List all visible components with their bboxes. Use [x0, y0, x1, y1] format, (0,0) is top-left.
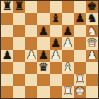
black-pawn: ♟	[63, 25, 73, 36]
square-b5[interactable]	[13, 37, 25, 49]
square-b1[interactable]	[13, 86, 25, 98]
square-b8[interactable]: ♜	[13, 1, 25, 13]
square-c4[interactable]: ♟	[25, 50, 37, 62]
square-a3[interactable]	[1, 62, 13, 74]
square-h5[interactable]: ♛	[86, 37, 98, 49]
black-knight: ♞	[87, 13, 97, 24]
square-a8[interactable]: ♜	[1, 1, 13, 13]
square-d3[interactable]: ♛	[37, 62, 49, 74]
square-g1[interactable]: ♚	[74, 86, 86, 98]
square-e8[interactable]	[50, 1, 62, 13]
square-h3[interactable]	[86, 62, 98, 74]
square-e4[interactable]: ♟	[50, 50, 62, 62]
square-c2[interactable]	[25, 74, 37, 86]
square-c1[interactable]	[25, 86, 37, 98]
square-g3[interactable]	[74, 62, 86, 74]
square-g7[interactable]: ♟	[74, 13, 86, 25]
square-c3[interactable]	[25, 62, 37, 74]
black-pawn: ♟	[2, 50, 12, 61]
black-pawn: ♟	[50, 37, 60, 48]
square-f5[interactable]: ♟	[62, 37, 74, 49]
white-knight: ♞	[87, 25, 97, 36]
white-bishop: ♝	[63, 62, 73, 73]
square-g6[interactable]	[74, 25, 86, 37]
square-a2[interactable]	[1, 74, 13, 86]
square-d6[interactable]: ♟	[37, 25, 49, 37]
black-pawn: ♟	[38, 50, 48, 61]
square-h2[interactable]	[86, 74, 98, 86]
square-c8[interactable]	[25, 1, 37, 13]
square-d4[interactable]: ♟	[37, 50, 49, 62]
white-rook: ♜	[63, 86, 73, 97]
white-pawn: ♟	[50, 50, 60, 61]
white-pawn: ♟	[63, 37, 73, 48]
square-b3[interactable]	[13, 62, 25, 74]
square-f1[interactable]: ♜	[62, 86, 74, 98]
square-d5[interactable]	[37, 37, 49, 49]
square-c5[interactable]	[25, 37, 37, 49]
square-b2[interactable]	[13, 74, 25, 86]
black-rook: ♜	[2, 1, 12, 12]
square-f8[interactable]	[62, 1, 74, 13]
white-pawn: ♟	[87, 50, 97, 61]
square-e3[interactable]	[50, 62, 62, 74]
square-b6[interactable]	[13, 25, 25, 37]
black-bishop: ♝	[50, 13, 60, 24]
square-h4[interactable]: ♟	[86, 50, 98, 62]
square-d8[interactable]	[37, 1, 49, 13]
square-f4[interactable]	[62, 50, 74, 62]
square-g4[interactable]	[74, 50, 86, 62]
square-d2[interactable]	[37, 74, 49, 86]
black-king: ♚	[87, 1, 97, 12]
chess-board: ♜♜♚♝♟♞♟♟♞♟♟♛♟♟♟♟♟♛♝♜♜♚	[0, 0, 99, 99]
black-pawn: ♟	[75, 13, 85, 24]
square-g2[interactable]: ♜	[74, 74, 86, 86]
square-e7[interactable]: ♝	[50, 13, 62, 25]
white-rook: ♜	[75, 74, 85, 85]
square-f3[interactable]: ♝	[62, 62, 74, 74]
square-e6[interactable]	[50, 25, 62, 37]
square-b4[interactable]	[13, 50, 25, 62]
square-a1[interactable]	[1, 86, 13, 98]
white-queen: ♛	[87, 37, 97, 48]
square-f6[interactable]: ♟	[62, 25, 74, 37]
black-rook: ♜	[14, 1, 24, 12]
square-e2[interactable]	[50, 74, 62, 86]
white-king: ♚	[75, 86, 85, 97]
square-g5[interactable]	[74, 37, 86, 49]
square-h8[interactable]: ♚	[86, 1, 98, 13]
square-c6[interactable]	[25, 25, 37, 37]
square-g8[interactable]	[74, 1, 86, 13]
square-e1[interactable]	[50, 86, 62, 98]
square-a4[interactable]: ♟	[1, 50, 13, 62]
square-a6[interactable]	[1, 25, 13, 37]
white-pawn: ♟	[26, 50, 36, 61]
square-h1[interactable]	[86, 86, 98, 98]
square-f7[interactable]	[62, 13, 74, 25]
square-h6[interactable]: ♞	[86, 25, 98, 37]
square-e5[interactable]: ♟	[50, 37, 62, 49]
square-a5[interactable]	[1, 37, 13, 49]
square-d1[interactable]	[37, 86, 49, 98]
black-queen: ♛	[38, 62, 48, 73]
square-h7[interactable]: ♞	[86, 13, 98, 25]
square-f2[interactable]	[62, 74, 74, 86]
black-pawn: ♟	[38, 25, 48, 36]
square-a7[interactable]	[1, 13, 13, 25]
square-b7[interactable]	[13, 13, 25, 25]
square-c7[interactable]	[25, 13, 37, 25]
square-d7[interactable]	[37, 13, 49, 25]
